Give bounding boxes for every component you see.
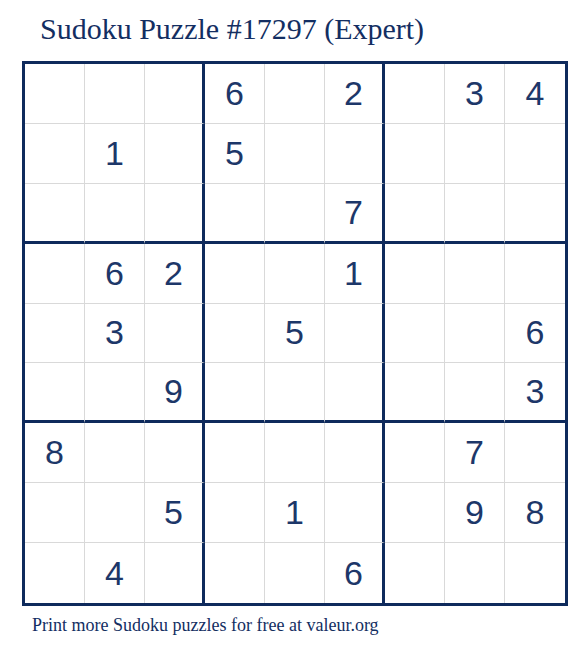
cell-r4c2: 6 (85, 244, 145, 304)
cell-r6c5 (265, 363, 325, 423)
cell-r9c5 (265, 543, 325, 603)
cell-r7c4 (205, 423, 265, 483)
cell-r7c5 (265, 423, 325, 483)
cell-r7c8: 7 (445, 423, 505, 483)
cell-r4c5 (265, 244, 325, 304)
cell-r2c7 (385, 124, 445, 184)
cell-r2c5 (265, 124, 325, 184)
cell-r6c1 (25, 363, 85, 423)
cell-r1c6: 2 (325, 64, 385, 124)
cell-r1c2 (85, 64, 145, 124)
cell-r3c2 (85, 184, 145, 244)
cell-r9c7 (385, 543, 445, 603)
cell-r6c7 (385, 363, 445, 423)
page-title: Sudoku Puzzle #17297 (Expert) (40, 12, 424, 46)
cell-r1c7 (385, 64, 445, 124)
cell-r6c6 (325, 363, 385, 423)
cell-r3c3 (145, 184, 205, 244)
cell-r6c9: 3 (505, 363, 565, 423)
cell-r1c5 (265, 64, 325, 124)
cell-r9c4 (205, 543, 265, 603)
cell-r3c5 (265, 184, 325, 244)
cell-r7c9 (505, 423, 565, 483)
cell-r5c8 (445, 304, 505, 364)
cell-r5c1 (25, 304, 85, 364)
cell-r1c3 (145, 64, 205, 124)
cell-r4c9 (505, 244, 565, 304)
cell-r8c1 (25, 483, 85, 543)
cell-r9c1 (25, 543, 85, 603)
cell-r5c9: 6 (505, 304, 565, 364)
cell-r3c9 (505, 184, 565, 244)
cell-r9c8 (445, 543, 505, 603)
cell-r2c1 (25, 124, 85, 184)
cell-r4c3: 2 (145, 244, 205, 304)
cell-r5c5: 5 (265, 304, 325, 364)
cell-r5c4 (205, 304, 265, 364)
cell-r2c3 (145, 124, 205, 184)
cell-r6c2 (85, 363, 145, 423)
cell-r7c2 (85, 423, 145, 483)
cell-r7c6 (325, 423, 385, 483)
cell-r3c1 (25, 184, 85, 244)
cell-r5c3 (145, 304, 205, 364)
cell-r4c1 (25, 244, 85, 304)
cell-r8c2 (85, 483, 145, 543)
cell-r4c4 (205, 244, 265, 304)
cell-r3c7 (385, 184, 445, 244)
cell-r1c8: 3 (445, 64, 505, 124)
cell-r9c9 (505, 543, 565, 603)
cell-r8c5: 1 (265, 483, 325, 543)
cell-r5c6 (325, 304, 385, 364)
cell-r8c8: 9 (445, 483, 505, 543)
cell-r6c3: 9 (145, 363, 205, 423)
sudoku-grid: 62341576213569387519846 (22, 61, 568, 606)
cell-r4c7 (385, 244, 445, 304)
cell-r2c6 (325, 124, 385, 184)
footer-text: Print more Sudoku puzzles for free at va… (32, 615, 379, 636)
cell-r6c8 (445, 363, 505, 423)
cell-r2c2: 1 (85, 124, 145, 184)
cell-r9c6: 6 (325, 543, 385, 603)
cell-r1c4: 6 (205, 64, 265, 124)
cell-r8c6 (325, 483, 385, 543)
cell-r8c9: 8 (505, 483, 565, 543)
cell-r3c4 (205, 184, 265, 244)
cell-r7c1: 8 (25, 423, 85, 483)
cell-r2c4: 5 (205, 124, 265, 184)
cell-r9c3 (145, 543, 205, 603)
cell-r7c3 (145, 423, 205, 483)
cell-r4c8 (445, 244, 505, 304)
cell-r5c7 (385, 304, 445, 364)
cell-r9c2: 4 (85, 543, 145, 603)
cell-r6c4 (205, 363, 265, 423)
cell-r3c6: 7 (325, 184, 385, 244)
cell-r4c6: 1 (325, 244, 385, 304)
cell-r2c8 (445, 124, 505, 184)
cell-r2c9 (505, 124, 565, 184)
cell-r8c3: 5 (145, 483, 205, 543)
cell-r1c1 (25, 64, 85, 124)
cell-r5c2: 3 (85, 304, 145, 364)
cell-r3c8 (445, 184, 505, 244)
cell-r8c7 (385, 483, 445, 543)
cell-r8c4 (205, 483, 265, 543)
cell-r7c7 (385, 423, 445, 483)
cell-r1c9: 4 (505, 64, 565, 124)
